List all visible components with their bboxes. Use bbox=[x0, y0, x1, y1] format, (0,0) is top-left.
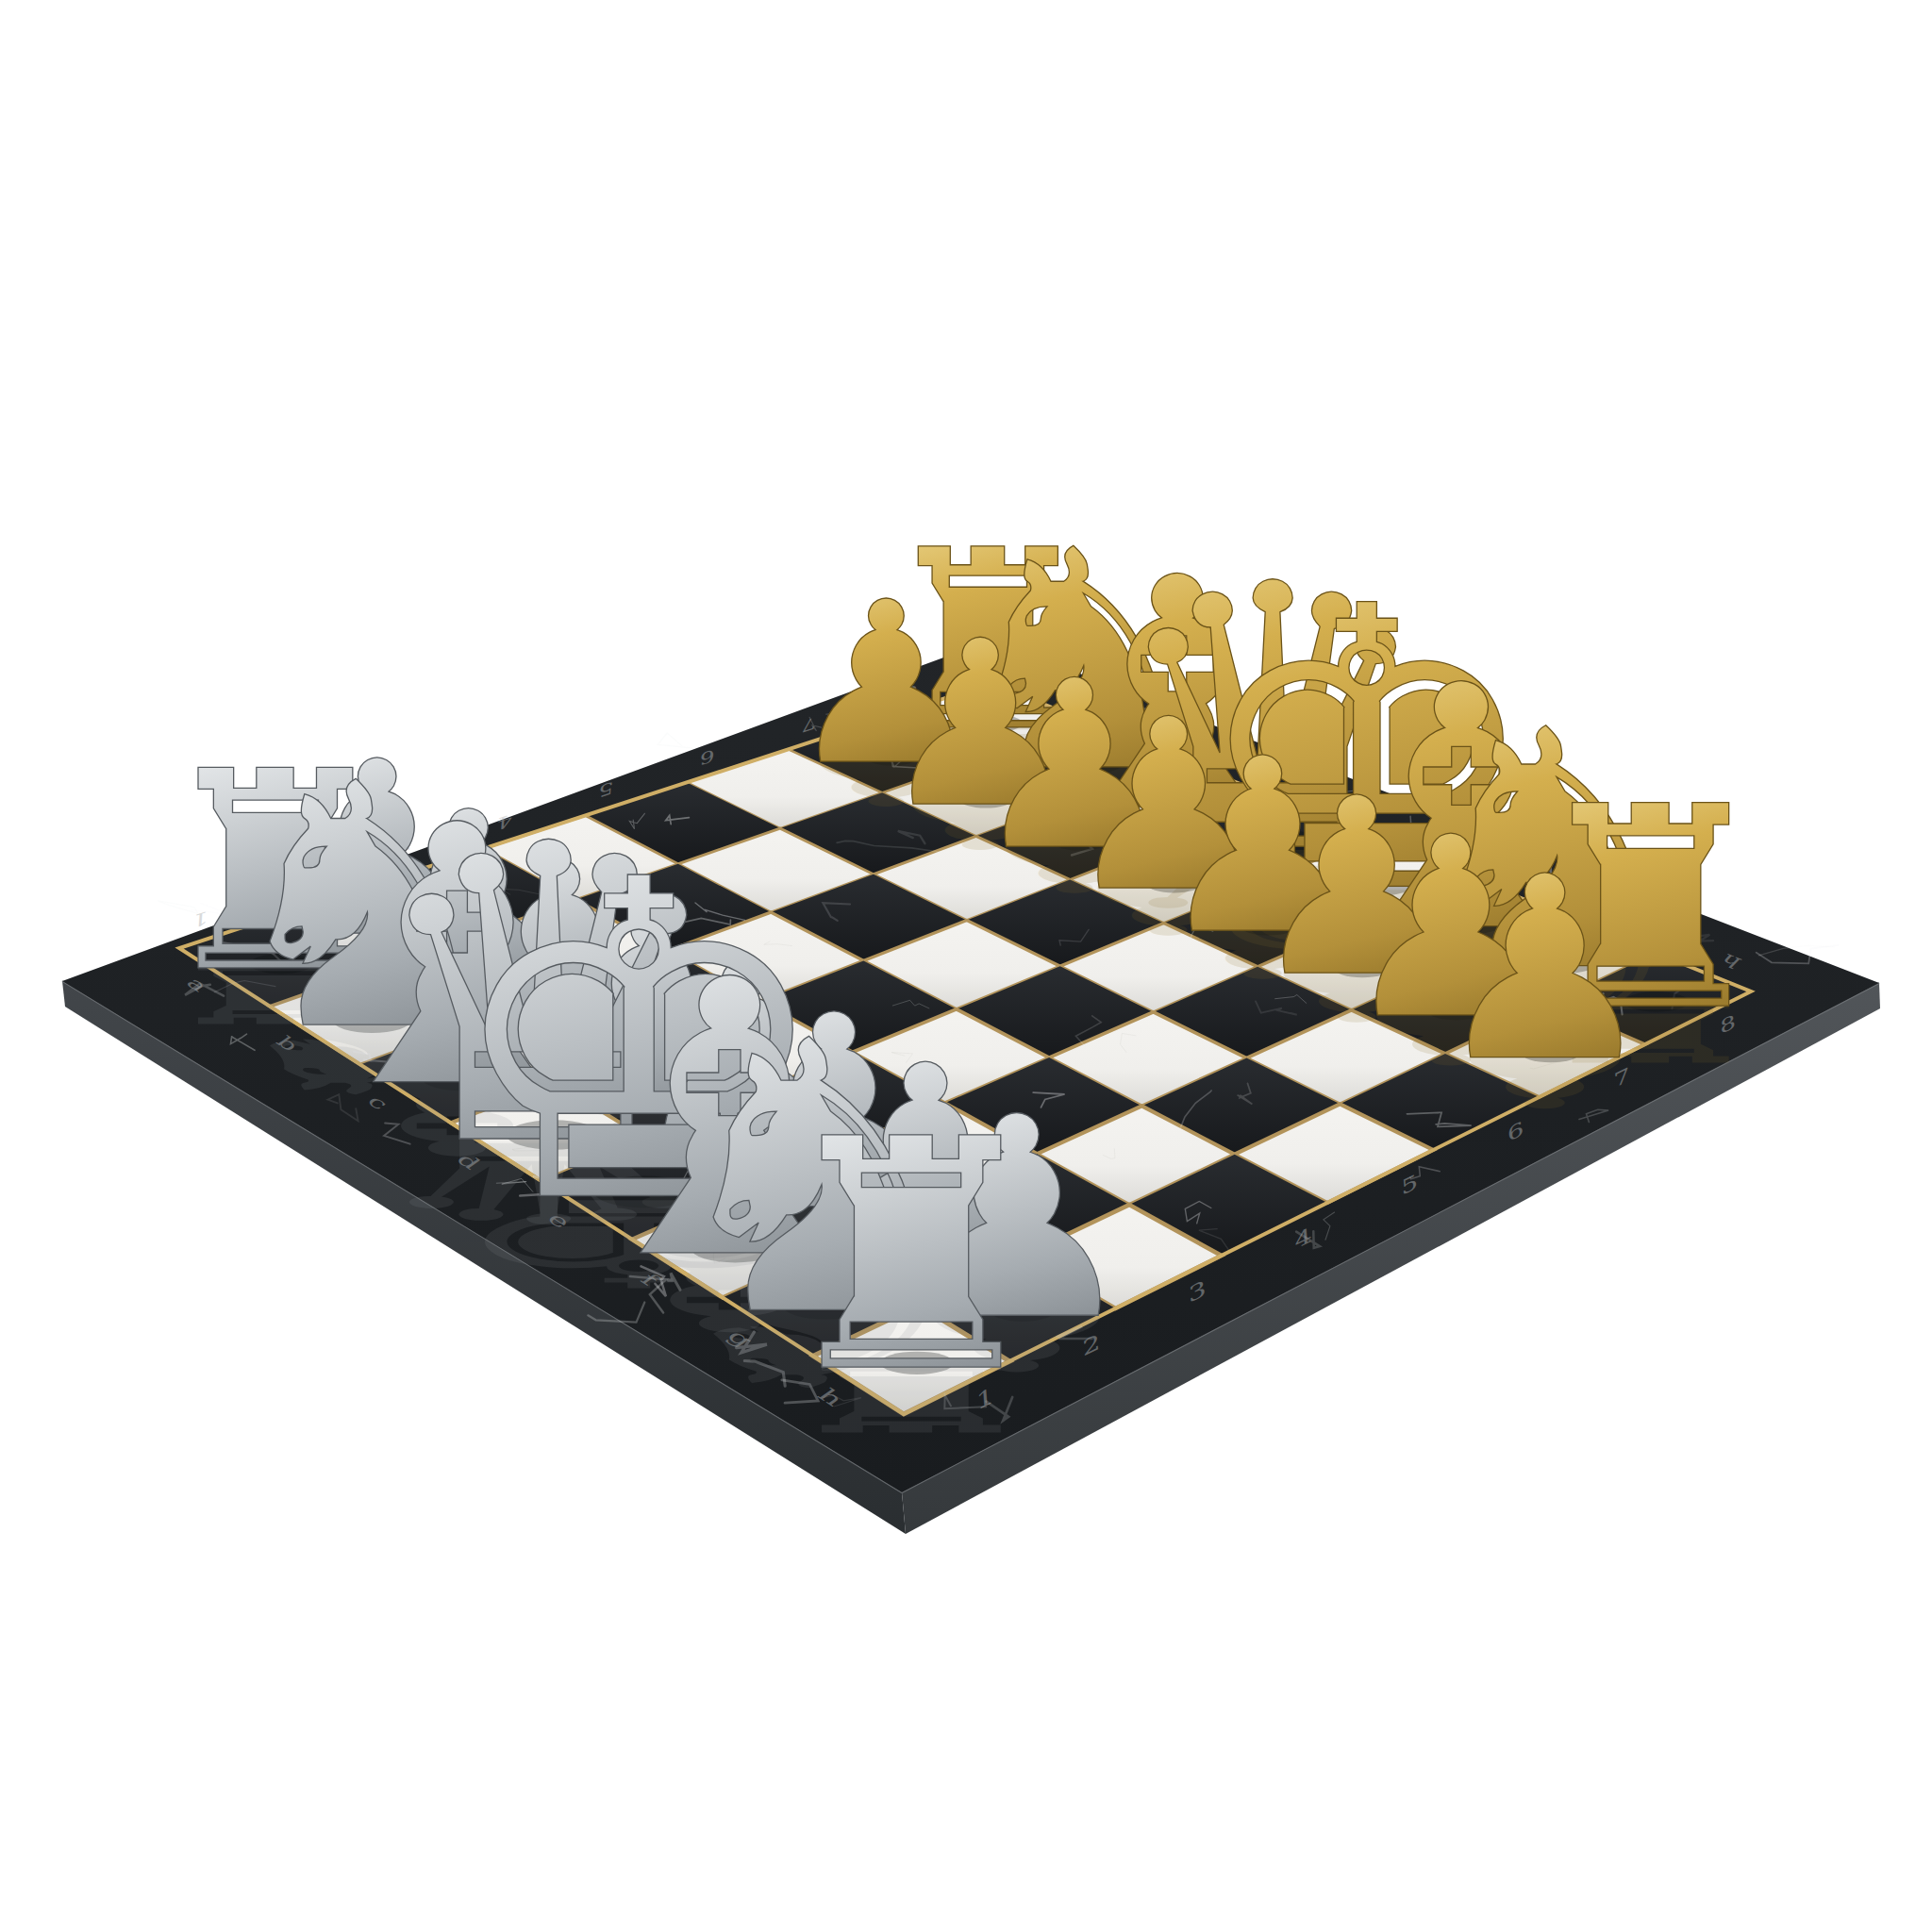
piece-silver-rook-h1[interactable]: ♜ bbox=[769, 1072, 1054, 1441]
product-photo: abcdefghabcdefgh1234567812345678♜♟♞♟♝♟♛♚… bbox=[0, 0, 1932, 1932]
pieces: ♜♟♞♟♝♟♛♚♟♝♟♟♞♜♟♟♜♟♞♟♟♝♟♛♟♚♟♝♟♞♟♜ bbox=[153, 486, 1775, 1441]
chessboard: abcdefghabcdefgh1234567812345678♜♟♞♟♝♟♛♚… bbox=[0, 0, 1932, 1932]
piece-gold-pawn-h7[interactable]: ♟ bbox=[1432, 823, 1658, 1117]
